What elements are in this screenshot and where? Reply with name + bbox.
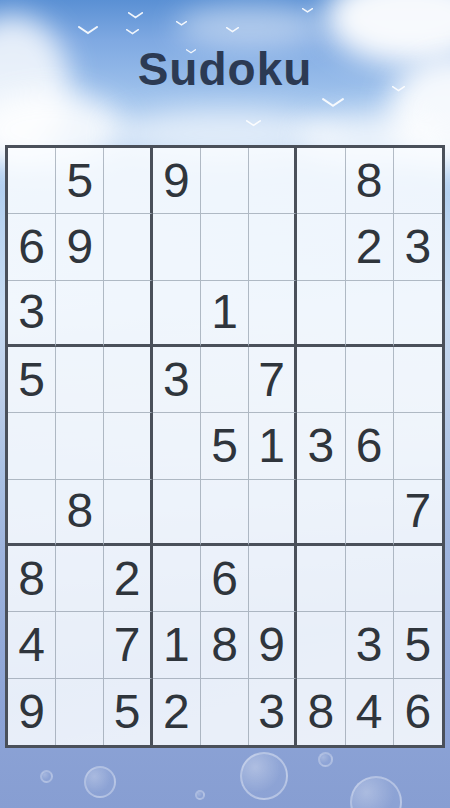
bubble (318, 752, 333, 767)
bird-icon (78, 26, 98, 35)
cell-r3c7[interactable] (297, 281, 345, 347)
cell-r2c8[interactable]: 2 (346, 214, 394, 280)
cell-r4c9[interactable] (394, 347, 442, 413)
cell-r6c9[interactable]: 7 (394, 480, 442, 546)
cell-r4c4[interactable]: 3 (153, 347, 201, 413)
cell-r3c4[interactable] (153, 281, 201, 347)
cell-r2c4[interactable] (153, 214, 201, 280)
cell-r5c6[interactable]: 1 (249, 413, 297, 479)
cell-r9c9[interactable]: 6 (394, 679, 442, 745)
cell-r6c3[interactable] (104, 480, 152, 546)
cell-r3c8[interactable] (346, 281, 394, 347)
bubble (240, 752, 288, 800)
cell-r6c4[interactable] (153, 480, 201, 546)
cell-r9c5[interactable] (201, 679, 249, 745)
cell-r8c5[interactable]: 8 (201, 612, 249, 678)
cell-r7c4[interactable] (153, 546, 201, 612)
cell-r8c4[interactable]: 1 (153, 612, 201, 678)
cell-r7c6[interactable] (249, 546, 297, 612)
cell-r9c4[interactable]: 2 (153, 679, 201, 745)
cell-r3c3[interactable] (104, 281, 152, 347)
cell-r1c6[interactable] (249, 148, 297, 214)
cell-r4c6[interactable]: 7 (249, 347, 297, 413)
cell-r2c3[interactable] (104, 214, 152, 280)
cell-r1c7[interactable] (297, 148, 345, 214)
cell-r5c5[interactable]: 5 (201, 413, 249, 479)
cell-r5c1[interactable] (8, 413, 56, 479)
cell-r9c6[interactable]: 3 (249, 679, 297, 745)
cell-r9c8[interactable]: 4 (346, 679, 394, 745)
cell-r5c2[interactable] (56, 413, 104, 479)
cell-r3c6[interactable] (249, 281, 297, 347)
cell-r3c5[interactable]: 1 (201, 281, 249, 347)
cloud (175, 5, 325, 47)
cell-r9c1[interactable]: 9 (8, 679, 56, 745)
cell-r2c6[interactable] (249, 214, 297, 280)
sky-background: Sudoku 598692331537513687826471893595238… (0, 0, 450, 808)
cell-r8c2[interactable] (56, 612, 104, 678)
cell-r1c4[interactable]: 9 (153, 148, 201, 214)
cell-r4c3[interactable] (104, 347, 152, 413)
cell-r7c2[interactable] (56, 546, 104, 612)
cell-r6c7[interactable] (297, 480, 345, 546)
cell-r8c3[interactable]: 7 (104, 612, 152, 678)
cell-r4c2[interactable] (56, 347, 104, 413)
cell-r7c7[interactable] (297, 546, 345, 612)
cell-r1c8[interactable]: 8 (346, 148, 394, 214)
cell-r5c8[interactable]: 6 (346, 413, 394, 479)
cell-r2c7[interactable] (297, 214, 345, 280)
cell-r4c7[interactable] (297, 347, 345, 413)
cell-r1c9[interactable] (394, 148, 442, 214)
cell-r1c5[interactable] (201, 148, 249, 214)
cell-r6c8[interactable] (346, 480, 394, 546)
cell-r3c1[interactable]: 3 (8, 281, 56, 347)
page-title: Sudoku (0, 42, 450, 96)
cell-r2c9[interactable]: 3 (394, 214, 442, 280)
cell-r1c2[interactable]: 5 (56, 148, 104, 214)
cell-r8c8[interactable]: 3 (346, 612, 394, 678)
cell-r6c2[interactable]: 8 (56, 480, 104, 546)
cell-r9c3[interactable]: 5 (104, 679, 152, 745)
cell-r4c8[interactable] (346, 347, 394, 413)
cell-r7c1[interactable]: 8 (8, 546, 56, 612)
bird-icon (176, 21, 187, 26)
bubble (40, 770, 53, 783)
cell-r4c1[interactable]: 5 (8, 347, 56, 413)
cell-r7c5[interactable]: 6 (201, 546, 249, 612)
cell-r8c7[interactable] (297, 612, 345, 678)
bubble (195, 790, 205, 800)
bird-icon (128, 12, 143, 19)
bird-icon (246, 120, 261, 127)
cell-r8c9[interactable]: 5 (394, 612, 442, 678)
sudoku-board: 59869233153751368782647189359523846 (5, 145, 445, 748)
cell-r3c9[interactable] (394, 281, 442, 347)
cell-r2c1[interactable]: 6 (8, 214, 56, 280)
cell-r5c7[interactable]: 3 (297, 413, 345, 479)
cell-r6c5[interactable] (201, 480, 249, 546)
cell-r8c6[interactable]: 9 (249, 612, 297, 678)
cell-r9c7[interactable]: 8 (297, 679, 345, 745)
bird-icon (226, 27, 239, 33)
cell-r3c2[interactable] (56, 281, 104, 347)
bubble (350, 776, 402, 808)
bird-icon (126, 29, 139, 35)
cell-r5c9[interactable] (394, 413, 442, 479)
cell-r8c1[interactable]: 4 (8, 612, 56, 678)
cell-r5c4[interactable] (153, 413, 201, 479)
cell-r7c3[interactable]: 2 (104, 546, 152, 612)
cell-r4c5[interactable] (201, 347, 249, 413)
cell-r2c5[interactable] (201, 214, 249, 280)
bird-icon (322, 98, 344, 108)
cell-r1c1[interactable] (8, 148, 56, 214)
cell-r6c1[interactable] (8, 480, 56, 546)
cell-r7c8[interactable] (346, 546, 394, 612)
cell-r1c3[interactable] (104, 148, 152, 214)
cell-r2c2[interactable]: 9 (56, 214, 104, 280)
cell-r6c6[interactable] (249, 480, 297, 546)
cell-r9c2[interactable] (56, 679, 104, 745)
cell-r7c9[interactable] (394, 546, 442, 612)
cell-r5c3[interactable] (104, 413, 152, 479)
bird-icon (302, 8, 313, 13)
bubble (84, 766, 116, 798)
